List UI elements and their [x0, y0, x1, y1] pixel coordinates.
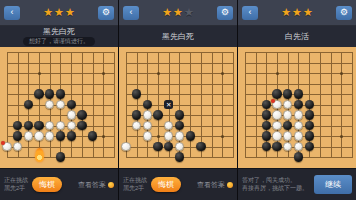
coin-icon [108, 182, 114, 188]
board-grid[interactable] [7, 52, 115, 158]
panel-footer: 正在挑战黑先2手悔棋查看答案 [119, 168, 237, 200]
gear-icon[interactable]: ⚙ [336, 6, 352, 20]
white-stone [45, 121, 54, 130]
white-stone [283, 100, 292, 109]
footer-status-text: 正在挑战黑先2手 [123, 177, 147, 192]
black-stone [132, 89, 141, 98]
black-stone [34, 89, 43, 98]
black-stone [262, 110, 271, 119]
black-stone [67, 131, 76, 140]
black-stone [283, 89, 292, 98]
title-strip: 黑先白死 [119, 26, 237, 47]
back-button[interactable]: ‹ [123, 6, 139, 20]
white-stone [175, 131, 184, 140]
black-stone [45, 89, 54, 98]
view-answer-link[interactable]: 查看答案 [197, 180, 225, 190]
puzzle-title: 黑先白死 [43, 27, 75, 36]
app-window: ‹ ★★★ ⚙ 黑先白死 想好了，请谨慎进行。 正在挑战黑先2手悔棋查看答案 ‹… [0, 0, 356, 200]
white-stone [164, 131, 173, 140]
white-stone [24, 131, 33, 140]
black-stone [294, 89, 303, 98]
undo-button[interactable]: 悔棋 [32, 177, 62, 192]
puzzle-title: 黑先白死 [162, 32, 194, 41]
black-stone [13, 121, 22, 130]
star-point [157, 135, 160, 138]
black-stone [305, 100, 314, 109]
white-stone [34, 131, 43, 140]
black-stone [272, 142, 281, 151]
footer-line1: 答对了，闯关成功。 [242, 177, 308, 184]
black-stone [272, 89, 281, 98]
white-stone [143, 121, 152, 130]
black-stone [143, 100, 152, 109]
gear-icon[interactable]: ⚙ [217, 6, 233, 20]
black-stone [56, 89, 65, 98]
go-board[interactable] [238, 47, 356, 168]
title-strip: 黑先白死 想好了，请谨慎进行。 [0, 26, 118, 47]
back-button[interactable]: ‹ [4, 6, 20, 20]
gold-star-icon: ★ [65, 7, 75, 18]
black-stone [24, 121, 33, 130]
white-stone [272, 110, 281, 119]
gold-star-icon: ★ [281, 7, 291, 18]
black-stone [305, 110, 314, 119]
star-point [157, 72, 160, 75]
board-grid[interactable]: ✕ [126, 52, 234, 158]
white-stone [164, 121, 173, 130]
star-point [38, 72, 41, 75]
footer-status-text: 答对了，闯关成功。再接再厉，挑战下一题。 [242, 177, 308, 192]
black-stone [186, 131, 195, 140]
white-stone [294, 142, 303, 151]
footer-status-text: 正在挑战黑先2手 [4, 177, 28, 192]
black-stone [283, 121, 292, 130]
footer-line2: 黑先2手 [123, 185, 147, 192]
black-stone [153, 142, 162, 151]
black-stone [175, 152, 184, 161]
black-stone [305, 142, 314, 151]
hint-pill: 想好了，请谨慎进行。 [23, 37, 95, 46]
gold-star-icon: ★ [303, 7, 313, 18]
star-point [276, 72, 279, 75]
gold-star-icon: ★ [43, 7, 53, 18]
panel-footer: 正在挑战黑先2手悔棋查看答案 [0, 168, 118, 200]
white-stone [294, 131, 303, 140]
black-stone [13, 131, 22, 140]
puzzle-panel: ‹ ★★★ ⚙ 白先活 答对了，闯关成功。再接再厉，挑战下一题。继续 [238, 0, 356, 200]
gear-icon[interactable]: ⚙ [98, 6, 114, 20]
white-stone [45, 131, 54, 140]
black-stone [77, 121, 86, 130]
star-point [340, 72, 343, 75]
view-answer-group[interactable]: 查看答案 [78, 180, 114, 190]
black-stone [262, 121, 271, 130]
view-answer-group[interactable]: 查看答案 [197, 180, 233, 190]
board-grid[interactable] [245, 52, 353, 158]
white-stone [45, 100, 54, 109]
wrong-move-x-icon: ✕ [164, 100, 173, 109]
go-board[interactable]: ✕ [119, 47, 237, 168]
star-rating: ★★★ [43, 7, 75, 18]
gray-star-icon: ★ [184, 7, 194, 18]
black-stone [262, 142, 271, 151]
white-stone [283, 131, 292, 140]
footer-line2: 再接再厉，挑战下一题。 [242, 185, 308, 192]
black-stone [88, 131, 97, 140]
white-stone [175, 142, 184, 151]
star-rating: ★★★ [281, 7, 313, 18]
black-stone [305, 131, 314, 140]
view-answer-link[interactable]: 查看答案 [78, 180, 106, 190]
white-stone [294, 121, 303, 130]
black-stone [77, 110, 86, 119]
gold-star-icon: ★ [54, 7, 64, 18]
panel-header: ‹ ★★★ ⚙ [0, 0, 118, 26]
black-stone [196, 142, 205, 151]
white-stone [67, 121, 76, 130]
continue-button[interactable]: 继续 [314, 175, 352, 194]
star-point [102, 135, 105, 138]
white-stone [143, 110, 152, 119]
star-point [102, 72, 105, 75]
gold-star-icon: ★ [173, 7, 183, 18]
black-stone [67, 100, 76, 109]
gold-star-icon: ★ [292, 7, 302, 18]
go-board[interactable] [0, 47, 118, 168]
coin-icon [227, 182, 233, 188]
star-rating: ★★★ [162, 7, 194, 18]
white-stone [13, 142, 22, 151]
gold-star-icon: ★ [162, 7, 172, 18]
puzzle-panel: ‹ ★★★ ⚙ 黑先白死 想好了，请谨慎进行。 正在挑战黑先2手悔棋查看答案 [0, 0, 118, 200]
star-point [221, 72, 224, 75]
black-stone [24, 100, 33, 109]
puzzle-panel: ‹ ★★★ ⚙ 黑先白死 ✕ 正在挑战黑先2手悔棋查看答案 [119, 0, 237, 200]
black-stone [56, 131, 65, 140]
white-stone [132, 121, 141, 130]
white-stone [283, 110, 292, 119]
black-stone [153, 110, 162, 119]
black-stone [132, 110, 141, 119]
white-stone [56, 100, 65, 109]
black-stone [56, 152, 65, 161]
undo-button[interactable]: 悔棋 [151, 177, 181, 192]
back-button[interactable]: ‹ [242, 6, 258, 20]
white-stone [67, 110, 76, 119]
panel-header: ‹ ★★★ ⚙ [119, 0, 237, 26]
white-stone [143, 131, 152, 140]
star-point [221, 135, 224, 138]
white-stone [272, 131, 281, 140]
white-stone [121, 142, 130, 151]
star-point [340, 135, 343, 138]
black-stone [305, 121, 314, 130]
footer-line2: 黑先2手 [4, 185, 28, 192]
white-stone [283, 142, 292, 151]
black-stone [175, 121, 184, 130]
title-strip: 白先活 [238, 26, 356, 47]
black-stone [175, 110, 184, 119]
panel-footer: 答对了，闯关成功。再接再厉，挑战下一题。继续 [238, 168, 356, 200]
black-stone [294, 100, 303, 109]
black-stone [34, 121, 43, 130]
puzzle-title: 白先活 [285, 32, 309, 41]
black-stone [262, 100, 271, 109]
white-stone [294, 110, 303, 119]
white-stone [56, 121, 65, 130]
black-stone [262, 131, 271, 140]
footer-line1: 正在挑战 [123, 177, 147, 184]
black-stone [164, 142, 173, 151]
hint-flame-icon [35, 148, 44, 162]
panel-header: ‹ ★★★ ⚙ [238, 0, 356, 26]
black-stone [294, 152, 303, 161]
footer-line1: 正在挑战 [4, 177, 28, 184]
white-stone [272, 121, 281, 130]
